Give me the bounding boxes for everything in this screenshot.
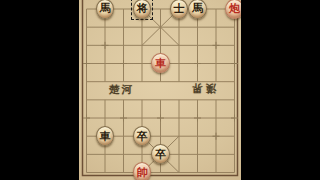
piece-black-chariot[interactable]: 車 (96, 127, 115, 145)
piece-red-chariot[interactable]: 車 (151, 54, 170, 72)
piece-glyph: 車 (100, 130, 111, 141)
piece-glyph: 将 (137, 3, 148, 14)
piece-glyph: 卒 (137, 130, 148, 141)
xiangqi-board[interactable]: 楚河 漢界 馬将士馬炮車車卒卒帥 (79, 0, 241, 180)
game-screen: 楚河 漢界 馬将士馬炮車車卒卒帥 (0, 0, 320, 180)
piece-black-horse[interactable]: 馬 (96, 0, 115, 18)
piece-glyph: 馬 (192, 3, 203, 14)
piece-black-horse[interactable]: 馬 (188, 0, 207, 18)
piece-black-advisor[interactable]: 士 (170, 0, 189, 18)
piece-glyph: 卒 (155, 148, 166, 159)
piece-glyph: 帥 (137, 166, 148, 177)
letterbox-right (241, 0, 320, 180)
piece-black-general[interactable]: 将 (133, 0, 152, 18)
piece-glyph: 士 (174, 3, 185, 14)
piece-glyph: 車 (155, 57, 166, 68)
pieces-grid: 馬将士馬炮車車卒卒帥 (77, 0, 244, 180)
piece-red-general[interactable]: 帥 (133, 163, 152, 180)
piece-glyph: 炮 (229, 3, 240, 14)
letterbox-left (0, 0, 79, 180)
piece-black-soldier[interactable]: 卒 (151, 145, 170, 163)
piece-black-soldier[interactable]: 卒 (133, 127, 152, 145)
piece-glyph: 馬 (100, 3, 111, 14)
